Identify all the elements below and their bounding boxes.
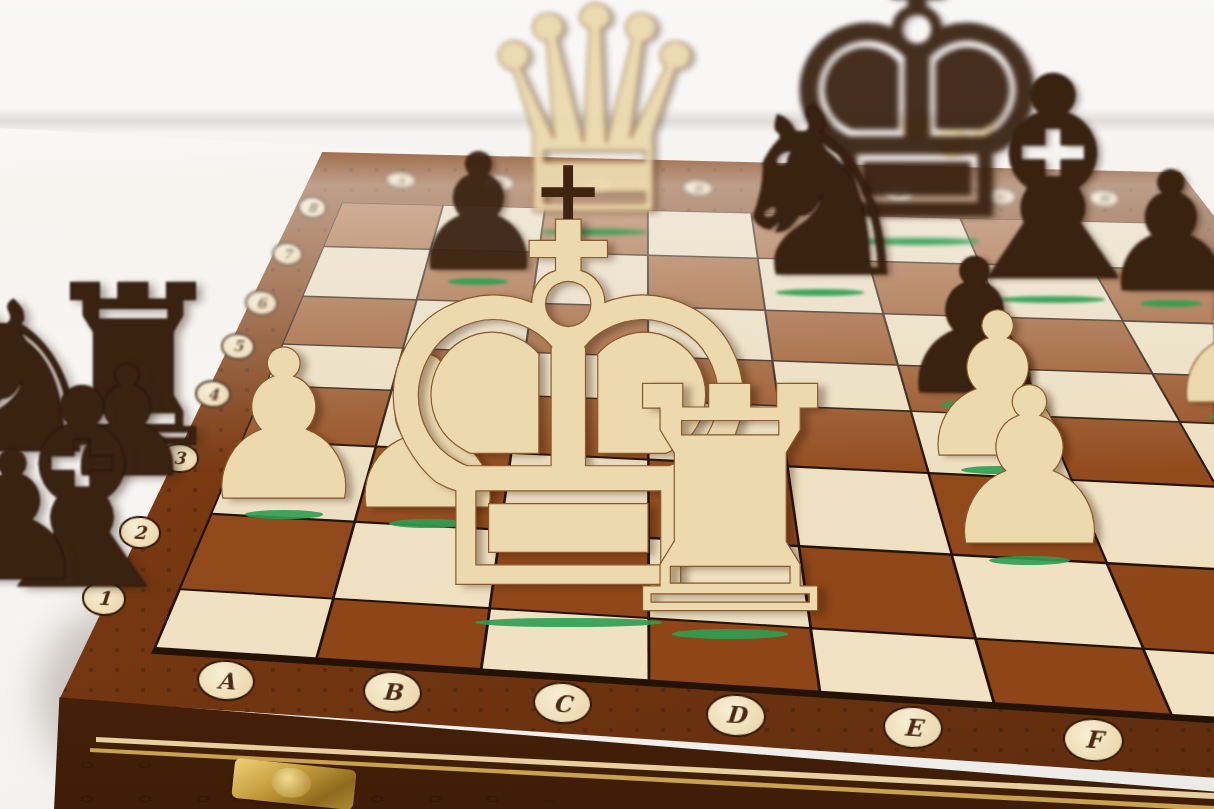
piece-glyph: ♟ <box>0 436 92 600</box>
captured-dark-pawn[interactable]: ♟ <box>0 436 92 600</box>
piece-glyph: ♟ <box>1159 251 1214 424</box>
white-rook-d2[interactable]: ♜ <box>591 360 870 646</box>
piece-glyph: ♟ <box>932 369 1127 569</box>
piece-glyph: ♜ <box>591 360 870 646</box>
white-pawn-h5[interactable]: ♟ <box>1159 251 1214 424</box>
white-pawn-f3[interactable]: ♟ <box>932 369 1127 569</box>
dark-cross-finial: + <box>533 151 604 229</box>
photo-scene: ABCDEFGHABCDEFGH12345678 ♛♚+♟♞♝♟♟♟♟♟♟♟♚+… <box>0 0 1214 809</box>
